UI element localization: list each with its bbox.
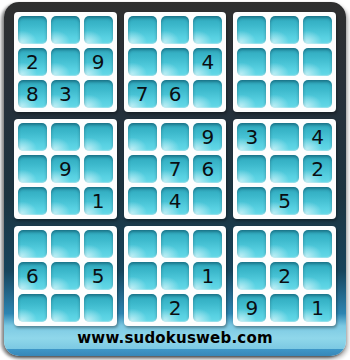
cell-r1c8[interactable] — [270, 16, 299, 44]
cell-r1c9[interactable] — [303, 16, 332, 44]
cell-r2c3[interactable]: 9 — [84, 48, 113, 76]
cell-r7c8[interactable] — [270, 230, 299, 258]
given-digit: 2 — [311, 159, 324, 179]
cell-r1c7[interactable] — [237, 16, 266, 44]
cell-r4c4[interactable] — [128, 123, 157, 151]
cell-r8c7[interactable] — [237, 262, 266, 290]
cell-r4c2[interactable] — [51, 123, 80, 151]
cell-r2c6[interactable]: 4 — [193, 48, 222, 76]
given-digit: 1 — [92, 191, 105, 211]
cell-r7c2[interactable] — [51, 230, 80, 258]
cell-r4c9[interactable]: 4 — [303, 123, 332, 151]
cell-r2c5[interactable] — [161, 48, 190, 76]
cell-r9c6[interactable] — [193, 294, 222, 322]
cell-r6c2[interactable] — [51, 187, 80, 215]
given-digit: 6 — [202, 159, 215, 179]
cell-r2c4[interactable] — [128, 48, 157, 76]
cell-r6c4[interactable] — [128, 187, 157, 215]
cell-r6c9[interactable] — [303, 187, 332, 215]
box-1-2: 476 — [124, 12, 227, 112]
given-digit: 2 — [26, 52, 39, 72]
cell-r9c4[interactable] — [128, 294, 157, 322]
cell-r3c6[interactable] — [193, 80, 222, 108]
cell-r1c5[interactable] — [161, 16, 190, 44]
box-3-2: 12 — [124, 226, 227, 326]
site-url: www.sudokusweb.com — [77, 329, 272, 347]
given-digit: 8 — [26, 84, 39, 104]
box-2-1: 91 — [14, 119, 117, 219]
page-background: 298347691976434256512291 www.sudokusweb.… — [0, 0, 350, 360]
given-digit: 7 — [169, 159, 182, 179]
cell-r3c1[interactable]: 8 — [18, 80, 47, 108]
cell-r6c3[interactable]: 1 — [84, 187, 113, 215]
cell-r7c4[interactable] — [128, 230, 157, 258]
given-digit: 2 — [278, 266, 291, 286]
box-3-1: 65 — [14, 226, 117, 326]
cell-r2c1[interactable]: 2 — [18, 48, 47, 76]
given-digit: 1 — [202, 266, 215, 286]
footer-bar: www.sudokusweb.com — [14, 326, 336, 350]
cell-r7c3[interactable] — [84, 230, 113, 258]
given-digit: 1 — [311, 298, 324, 318]
cell-r5c6[interactable]: 6 — [193, 155, 222, 183]
given-digit: 9 — [92, 52, 105, 72]
box-1-3 — [233, 12, 336, 112]
given-digit: 6 — [169, 84, 182, 104]
cell-r9c2[interactable] — [51, 294, 80, 322]
cell-r2c9[interactable] — [303, 48, 332, 76]
cell-r5c4[interactable] — [128, 155, 157, 183]
cell-r6c5[interactable]: 4 — [161, 187, 190, 215]
cell-r8c4[interactable] — [128, 262, 157, 290]
cell-r6c1[interactable] — [18, 187, 47, 215]
cell-r4c8[interactable] — [270, 123, 299, 151]
cell-r4c1[interactable] — [18, 123, 47, 151]
cell-r8c2[interactable] — [51, 262, 80, 290]
cell-r9c9[interactable]: 1 — [303, 294, 332, 322]
cell-r5c3[interactable] — [84, 155, 113, 183]
cell-r2c7[interactable] — [237, 48, 266, 76]
cell-r3c2[interactable]: 3 — [51, 80, 80, 108]
given-digit: 2 — [169, 298, 182, 318]
cell-r3c4[interactable]: 7 — [128, 80, 157, 108]
given-digit: 3 — [245, 127, 258, 147]
given-digit: 4 — [311, 127, 324, 147]
given-digit: 9 — [202, 127, 215, 147]
cell-r3c7[interactable] — [237, 80, 266, 108]
cell-r5c5[interactable]: 7 — [161, 155, 190, 183]
box-2-3: 3425 — [233, 119, 336, 219]
cell-r6c6[interactable] — [193, 187, 222, 215]
cell-r3c8[interactable] — [270, 80, 299, 108]
sudoku-grid: 298347691976434256512291 — [14, 12, 336, 326]
given-digit: 6 — [26, 266, 39, 286]
box-1-1: 2983 — [14, 12, 117, 112]
cell-r8c6[interactable]: 1 — [193, 262, 222, 290]
box-2-2: 9764 — [124, 119, 227, 219]
cell-r8c5[interactable] — [161, 262, 190, 290]
cell-r1c4[interactable] — [128, 16, 157, 44]
cell-r9c7[interactable]: 9 — [237, 294, 266, 322]
cell-r8c8[interactable]: 2 — [270, 262, 299, 290]
cell-r7c1[interactable] — [18, 230, 47, 258]
cell-r9c5[interactable]: 2 — [161, 294, 190, 322]
cell-r8c9[interactable] — [303, 262, 332, 290]
cell-r6c7[interactable] — [237, 187, 266, 215]
cell-r1c2[interactable] — [51, 16, 80, 44]
cell-r5c7[interactable] — [237, 155, 266, 183]
cell-r5c8[interactable] — [270, 155, 299, 183]
cell-r8c1[interactable]: 6 — [18, 262, 47, 290]
cell-r3c5[interactable]: 6 — [161, 80, 190, 108]
cell-r1c6[interactable] — [193, 16, 222, 44]
cell-r7c5[interactable] — [161, 230, 190, 258]
given-digit: 4 — [202, 52, 215, 72]
cell-r4c3[interactable] — [84, 123, 113, 151]
cell-r4c5[interactable] — [161, 123, 190, 151]
cell-r3c9[interactable] — [303, 80, 332, 108]
cell-r2c8[interactable] — [270, 48, 299, 76]
cell-r9c8[interactable] — [270, 294, 299, 322]
cell-r8c3[interactable]: 5 — [84, 262, 113, 290]
cell-r1c3[interactable] — [84, 16, 113, 44]
given-digit: 9 — [59, 159, 72, 179]
cell-r1c1[interactable] — [18, 16, 47, 44]
cell-r7c6[interactable] — [193, 230, 222, 258]
cell-r5c2[interactable]: 9 — [51, 155, 80, 183]
cell-r2c2[interactable] — [51, 48, 80, 76]
cell-r3c3[interactable] — [84, 80, 113, 108]
cell-r4c6[interactable]: 9 — [193, 123, 222, 151]
cell-r5c9[interactable]: 2 — [303, 155, 332, 183]
given-digit: 7 — [136, 84, 149, 104]
cell-r6c8[interactable]: 5 — [270, 187, 299, 215]
box-3-3: 291 — [233, 226, 336, 326]
given-digit: 4 — [169, 191, 182, 211]
given-digit: 9 — [245, 298, 258, 318]
cell-r7c7[interactable] — [237, 230, 266, 258]
given-digit: 3 — [59, 84, 72, 104]
given-digit: 5 — [278, 191, 291, 211]
cell-r9c1[interactable] — [18, 294, 47, 322]
cell-r7c9[interactable] — [303, 230, 332, 258]
cell-r5c1[interactable] — [18, 155, 47, 183]
given-digit: 5 — [92, 266, 105, 286]
sudoku-board: 298347691976434256512291 www.sudokusweb.… — [4, 2, 346, 356]
cell-r4c7[interactable]: 3 — [237, 123, 266, 151]
cell-r9c3[interactable] — [84, 294, 113, 322]
